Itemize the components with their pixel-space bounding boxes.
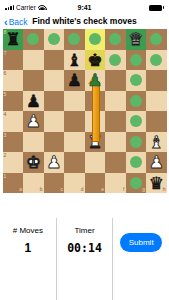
- square-g7[interactable]: [126, 50, 147, 71]
- legal-move-dot-g4[interactable]: [130, 115, 142, 127]
- ghost-green-pawn-e6: ♟: [85, 70, 106, 91]
- black-king-e7[interactable]: ♚: [85, 50, 106, 71]
- square-h7[interactable]: [146, 50, 167, 71]
- square-b4[interactable]: ♟: [23, 111, 44, 132]
- file-label-b: b: [40, 187, 43, 192]
- file-label-f: f: [123, 187, 124, 192]
- rank-label-1: 1: [4, 174, 7, 179]
- square-g1[interactable]: g: [126, 173, 147, 194]
- square-c2[interactable]: ♟: [44, 152, 65, 173]
- chess-board[interactable]: 8♜♛7♝♚6♟♟5♟4♟3♜♝2♚♟♟1abcdefgh♛: [3, 29, 167, 193]
- square-a8[interactable]: 8♜: [3, 29, 24, 50]
- square-h4[interactable]: [146, 111, 167, 132]
- square-e3[interactable]: ♜: [85, 132, 106, 153]
- square-f3[interactable]: [105, 132, 126, 153]
- legal-move-dot-b8[interactable]: [27, 33, 39, 45]
- white-king-b2[interactable]: ♚: [23, 152, 44, 173]
- square-a4[interactable]: 4: [3, 111, 24, 132]
- white-pawn-h2[interactable]: ♟: [146, 152, 167, 173]
- square-g6[interactable]: [126, 70, 147, 91]
- square-c5[interactable]: [44, 91, 65, 112]
- rank-label-4: 4: [4, 112, 7, 117]
- legal-move-dot-h8[interactable]: [150, 33, 162, 45]
- timer-value: 00:14: [67, 241, 102, 255]
- square-f1[interactable]: f: [105, 173, 126, 194]
- square-h6[interactable]: [146, 70, 167, 91]
- legal-move-dot-g5[interactable]: [130, 95, 142, 107]
- square-a3[interactable]: 3: [3, 132, 24, 153]
- square-c8[interactable]: [44, 29, 65, 50]
- square-d8[interactable]: [64, 29, 85, 50]
- submit-button[interactable]: Submit: [120, 233, 162, 252]
- legal-move-dot-g3[interactable]: [130, 136, 142, 148]
- rank-label-6: 6: [4, 71, 7, 76]
- black-pawn-b5[interactable]: ♟: [23, 91, 44, 112]
- square-e4[interactable]: [85, 111, 106, 132]
- square-b7[interactable]: [23, 50, 44, 71]
- square-g2[interactable]: [126, 152, 147, 173]
- legal-move-dot-d8[interactable]: [68, 33, 80, 45]
- file-label-c: c: [61, 187, 64, 192]
- file-label-d: d: [81, 187, 84, 192]
- rank-label-2: 2: [4, 153, 7, 158]
- square-c7[interactable]: [44, 50, 65, 71]
- bottom-panel: # Moves 1 Timer 00:14 Submit: [0, 218, 169, 300]
- square-a6[interactable]: 6: [3, 70, 24, 91]
- legal-move-dot-c8[interactable]: [48, 33, 60, 45]
- square-b3[interactable]: [23, 132, 44, 153]
- square-f2[interactable]: [105, 152, 126, 173]
- square-e8[interactable]: [85, 29, 106, 50]
- square-h8[interactable]: [146, 29, 167, 50]
- square-g5[interactable]: [126, 91, 147, 112]
- rank-label-5: 5: [4, 92, 7, 97]
- black-pawn-d6[interactable]: ♟: [64, 70, 85, 91]
- square-e1[interactable]: e: [85, 173, 106, 194]
- square-g3[interactable]: [126, 132, 147, 153]
- black-bishop-d7[interactable]: ♝: [64, 50, 85, 71]
- moves-section: # Moves 1: [0, 218, 56, 300]
- square-g4[interactable]: [126, 111, 147, 132]
- square-d6[interactable]: ♟: [64, 70, 85, 91]
- square-c4[interactable]: [44, 111, 65, 132]
- legal-move-dot-g7[interactable]: [130, 54, 142, 66]
- clock-time: 9:41: [0, 4, 169, 11]
- square-b8[interactable]: [23, 29, 44, 50]
- square-h1[interactable]: h♛: [146, 173, 167, 194]
- square-g8[interactable]: ♛: [126, 29, 147, 50]
- square-b1[interactable]: b: [23, 173, 44, 194]
- square-d7[interactable]: ♝: [64, 50, 85, 71]
- moves-label: # Moves: [13, 226, 43, 235]
- square-f4[interactable]: [105, 111, 126, 132]
- legal-move-dot-h7[interactable]: [150, 54, 162, 66]
- legal-move-dot-f8[interactable]: [109, 33, 121, 45]
- timer-section: Timer 00:14: [56, 218, 113, 300]
- white-rook-e3[interactable]: ♜: [85, 132, 106, 153]
- legal-move-dot-e8[interactable]: [89, 33, 101, 45]
- white-queen-g8[interactable]: ♛: [126, 29, 147, 50]
- submit-section: Submit: [112, 218, 169, 300]
- black-rook-a8[interactable]: ♜: [3, 29, 24, 50]
- square-d2[interactable]: [64, 152, 85, 173]
- legal-move-dot-f7[interactable]: [109, 54, 121, 66]
- battery-icon: [149, 5, 164, 11]
- square-f7[interactable]: [105, 50, 126, 71]
- square-a1[interactable]: 1a: [3, 173, 24, 194]
- square-c3[interactable]: [44, 132, 65, 153]
- square-d3[interactable]: [64, 132, 85, 153]
- timer-label: Timer: [74, 226, 94, 235]
- white-pawn-c2[interactable]: ♟: [44, 152, 65, 173]
- square-a2[interactable]: 2: [3, 152, 24, 173]
- square-e6[interactable]: ♟: [85, 70, 106, 91]
- page-title: Find white's check moves: [0, 14, 169, 29]
- legal-move-dot-g1[interactable]: [130, 177, 142, 189]
- legal-move-dot-g6[interactable]: [130, 74, 142, 86]
- square-e5[interactable]: [85, 91, 106, 112]
- white-pawn-b4[interactable]: ♟: [23, 111, 44, 132]
- white-bishop-h3[interactable]: ♝: [146, 132, 167, 153]
- square-f6[interactable]: [105, 70, 126, 91]
- square-b5[interactable]: ♟: [23, 91, 44, 112]
- square-d4[interactable]: [64, 111, 85, 132]
- square-c6[interactable]: [44, 70, 65, 91]
- square-b6[interactable]: [23, 70, 44, 91]
- square-f8[interactable]: [105, 29, 126, 50]
- navigation-bar: ‹ Back Find white's check moves: [0, 14, 169, 29]
- moves-count: 1: [24, 241, 31, 255]
- square-h2[interactable]: ♟: [146, 152, 167, 173]
- square-f5[interactable]: [105, 91, 126, 112]
- rank-label-3: 3: [4, 133, 7, 138]
- black-queen-h1[interactable]: ♛: [146, 173, 167, 194]
- square-a7[interactable]: 7: [3, 50, 24, 71]
- square-a5[interactable]: 5: [3, 91, 24, 112]
- rank-label-7: 7: [4, 51, 7, 56]
- square-d1[interactable]: d: [64, 173, 85, 194]
- square-b2[interactable]: ♚: [23, 152, 44, 173]
- square-e7[interactable]: ♚: [85, 50, 106, 71]
- file-label-g: g: [142, 187, 145, 192]
- square-c1[interactable]: c: [44, 173, 65, 194]
- file-label-a: a: [19, 187, 22, 192]
- square-d5[interactable]: [64, 91, 85, 112]
- square-h5[interactable]: [146, 91, 167, 112]
- file-label-e: e: [101, 187, 104, 192]
- square-h3[interactable]: ♝: [146, 132, 167, 153]
- legal-move-dot-g2[interactable]: [130, 156, 142, 168]
- status-bar: Carrier 9:41: [0, 0, 169, 14]
- square-e2[interactable]: [85, 152, 106, 173]
